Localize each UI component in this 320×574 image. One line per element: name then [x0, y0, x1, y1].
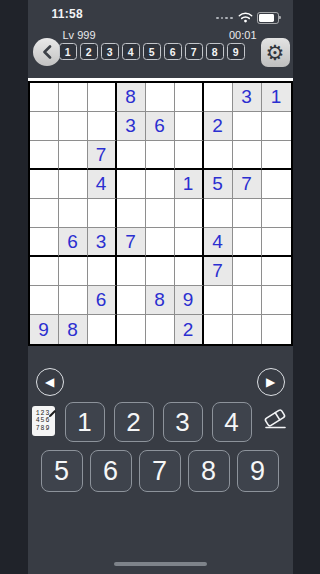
cell-r5c7[interactable] [204, 199, 233, 228]
cell-r8c5[interactable]: 8 [146, 286, 175, 315]
cell-r7c9[interactable] [262, 257, 291, 286]
cell-r3c1[interactable] [30, 141, 59, 170]
cell-r5c3[interactable] [88, 199, 117, 228]
pencil-icon [48, 404, 57, 422]
cell-r3c8[interactable] [233, 141, 262, 170]
cell-r1c4[interactable]: 8 [117, 83, 146, 112]
cell-r9c8[interactable] [233, 315, 262, 344]
cell-r2c9[interactable] [262, 112, 291, 141]
counter-button-3[interactable]: 3 [101, 43, 120, 60]
counter-button-7[interactable]: 7 [185, 43, 204, 60]
cell-r5c9[interactable] [262, 199, 291, 228]
pencil-notes-toggle-button[interactable]: 123 456 789 [32, 406, 55, 436]
cell-r8c6[interactable]: 9 [175, 286, 204, 315]
cell-r5c2[interactable] [59, 199, 88, 228]
cell-r1c8[interactable]: 3 [233, 83, 262, 112]
home-indicator[interactable] [114, 562, 207, 566]
redo-right-arrow-button[interactable]: ▶ [257, 368, 285, 396]
cell-r6c4[interactable]: 7 [117, 228, 146, 257]
right-triangle-icon: ▶ [266, 375, 275, 389]
battery-icon [257, 12, 279, 24]
numpad-row-1: 1234 [65, 402, 252, 442]
cell-r2c6[interactable] [175, 112, 204, 141]
cell-r4c2[interactable] [59, 170, 88, 199]
cell-r6c3[interactable]: 3 [88, 228, 117, 257]
counter-button-8[interactable]: 8 [206, 43, 225, 60]
cell-r4c5[interactable] [146, 170, 175, 199]
cell-r7c6[interactable] [175, 257, 204, 286]
cell-r9c1[interactable]: 9 [30, 315, 59, 344]
counter-button-1[interactable]: 1 [59, 43, 78, 60]
back-chevron-icon [42, 45, 52, 59]
cell-r1c7[interactable] [204, 83, 233, 112]
left-triangle-icon: ◀ [45, 375, 54, 389]
numpad-button-5[interactable]: 5 [41, 450, 83, 492]
timer-label: 00:01 [229, 29, 257, 41]
cell-r2c2[interactable] [59, 112, 88, 141]
cell-r8c3[interactable]: 6 [88, 286, 117, 315]
cell-r9c2[interactable]: 8 [59, 315, 88, 344]
cell-r7c4[interactable] [117, 257, 146, 286]
eraser-button[interactable] [260, 406, 290, 436]
cell-r7c5[interactable] [146, 257, 175, 286]
cell-r3c3[interactable]: 7 [88, 141, 117, 170]
cell-r7c2[interactable] [59, 257, 88, 286]
cell-r8c4[interactable] [117, 286, 146, 315]
cell-r9c7[interactable] [204, 315, 233, 344]
sudoku-grid: 8313627415763747689982 [28, 81, 293, 346]
cell-r2c4[interactable]: 3 [117, 112, 146, 141]
cell-r6c5[interactable] [146, 228, 175, 257]
counter-button-4[interactable]: 4 [122, 43, 141, 60]
numpad-button-9[interactable]: 9 [237, 450, 279, 492]
counter-button-2[interactable]: 2 [80, 43, 99, 60]
cell-r3c4[interactable] [117, 141, 146, 170]
cell-r4c9[interactable] [262, 170, 291, 199]
cell-r5c6[interactable] [175, 199, 204, 228]
cell-r1c2[interactable] [59, 83, 88, 112]
cell-r8c2[interactable] [59, 286, 88, 315]
cell-r2c7[interactable]: 2 [204, 112, 233, 141]
wifi-icon [238, 9, 253, 27]
cell-r7c1[interactable] [30, 257, 59, 286]
cell-r3c9[interactable] [262, 141, 291, 170]
cell-r9c3[interactable] [88, 315, 117, 344]
header-number-counters: 123456789 [59, 43, 246, 60]
counter-button-9[interactable]: 9 [227, 43, 246, 60]
cell-r9c6[interactable]: 2 [175, 315, 204, 344]
numpad-button-7[interactable]: 7 [139, 450, 181, 492]
cell-r3c2[interactable] [59, 141, 88, 170]
cell-r4c8[interactable]: 7 [233, 170, 262, 199]
eraser-icon [262, 407, 288, 435]
cell-r5c4[interactable] [117, 199, 146, 228]
cell-r8c1[interactable] [30, 286, 59, 315]
cell-r3c7[interactable] [204, 141, 233, 170]
cell-r6c1[interactable] [30, 228, 59, 257]
back-button[interactable] [33, 38, 61, 66]
cell-r9c5[interactable] [146, 315, 175, 344]
cell-r9c4[interactable] [117, 315, 146, 344]
numpad-button-1[interactable]: 1 [65, 402, 105, 442]
cell-r6c7[interactable]: 4 [204, 228, 233, 257]
cell-r3c5[interactable] [146, 141, 175, 170]
cell-r7c8[interactable] [233, 257, 262, 286]
cell-r2c5[interactable]: 6 [146, 112, 175, 141]
cell-r1c6[interactable] [175, 83, 204, 112]
cell-r1c9[interactable]: 1 [262, 83, 291, 112]
numpad-button-4[interactable]: 4 [212, 402, 252, 442]
notes-icon-row3: 789 [36, 425, 51, 433]
cell-r7c3[interactable] [88, 257, 117, 286]
cell-r8c7[interactable] [204, 286, 233, 315]
cell-r8c8[interactable] [233, 286, 262, 315]
cell-r2c3[interactable] [88, 112, 117, 141]
cell-r4c1[interactable] [30, 170, 59, 199]
numpad-button-6[interactable]: 6 [90, 450, 132, 492]
status-bar: 11:58 [28, 0, 293, 28]
numpad-button-3[interactable]: 3 [163, 402, 203, 442]
counter-button-5[interactable]: 5 [143, 43, 162, 60]
cell-r5c5[interactable] [146, 199, 175, 228]
cell-r4c7[interactable]: 5 [204, 170, 233, 199]
level-label: Lv 999 [63, 29, 96, 41]
cell-r6c6[interactable] [175, 228, 204, 257]
cell-r9c9[interactable] [262, 315, 291, 344]
status-time: 11:58 [52, 7, 84, 21]
cell-r7c7[interactable]: 7 [204, 257, 233, 286]
counter-button-6[interactable]: 6 [164, 43, 183, 60]
numpad-row-2: 56789 [41, 450, 279, 492]
cell-r4c6[interactable]: 1 [175, 170, 204, 199]
gear-icon: ⚙ [266, 42, 285, 63]
cell-r4c4[interactable] [117, 170, 146, 199]
numpad-button-8[interactable]: 8 [188, 450, 230, 492]
cell-r1c5[interactable] [146, 83, 175, 112]
cell-r2c1[interactable] [30, 112, 59, 141]
app-screen: 11:58 Lv 999 00:01 ⚙ 123456789 831362741… [28, 0, 293, 574]
cell-r2c8[interactable] [233, 112, 262, 141]
cell-r5c8[interactable] [233, 199, 262, 228]
cell-r6c2[interactable]: 6 [59, 228, 88, 257]
settings-button[interactable]: ⚙ [261, 38, 290, 67]
cell-r1c1[interactable] [30, 83, 59, 112]
cell-r1c3[interactable] [88, 83, 117, 112]
cell-r8c9[interactable] [262, 286, 291, 315]
cell-r5c1[interactable] [30, 199, 59, 228]
cellular-signal-icon [216, 17, 232, 20]
cell-r3c6[interactable] [175, 141, 204, 170]
cell-r4c3[interactable]: 4 [88, 170, 117, 199]
cell-r6c8[interactable] [233, 228, 262, 257]
undo-left-arrow-button[interactable]: ◀ [36, 368, 64, 396]
cell-r6c9[interactable] [262, 228, 291, 257]
numpad-button-2[interactable]: 2 [114, 402, 154, 442]
